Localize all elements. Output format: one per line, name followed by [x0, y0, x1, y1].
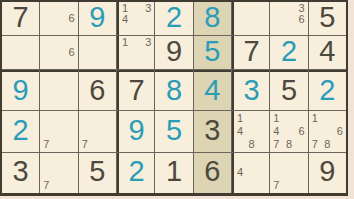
- pencil-marks: 6: [40, 36, 77, 69]
- cell-r5c6[interactable]: 6: [194, 153, 231, 193]
- pencil-marks: 7: [40, 153, 77, 193]
- pencil-marks: 1678: [309, 111, 346, 151]
- cell-r2c7[interactable]: 7: [232, 36, 269, 69]
- given-digit: 9: [166, 37, 182, 66]
- pencil-marks: 7: [270, 153, 307, 193]
- cell-r4c6[interactable]: 3: [194, 111, 231, 151]
- given-digit: 6: [89, 76, 105, 105]
- pencil-marks: 14678: [270, 111, 307, 151]
- given-digit: 4: [319, 37, 335, 66]
- cell-r2c8[interactable]: 2: [270, 36, 307, 69]
- cell-r1c8[interactable]: 36: [270, 2, 307, 35]
- pencil-marks: 134: [119, 2, 154, 35]
- cell-r2c3[interactable]: [79, 36, 116, 69]
- cell-r4c2[interactable]: 7: [40, 111, 77, 151]
- given-digit: 1: [166, 157, 182, 186]
- pencil-marks: 36: [270, 2, 307, 35]
- cell-r4c7[interactable]: 148: [232, 111, 269, 151]
- given-digit: 3: [204, 116, 220, 145]
- solved-digit: 9: [13, 76, 29, 105]
- cell-r3c7[interactable]: 3: [232, 70, 269, 110]
- solved-digit: 4: [204, 76, 220, 105]
- solved-digit: 8: [166, 76, 182, 105]
- given-digit: 5: [89, 157, 105, 186]
- pencil-marks: 7: [79, 111, 116, 151]
- solved-digit: 5: [166, 116, 182, 145]
- cell-r1c4[interactable]: 134: [117, 2, 154, 35]
- cell-r3c2[interactable]: [40, 70, 77, 110]
- cell-r5c7[interactable]: 4: [232, 153, 269, 193]
- cell-r3c4[interactable]: 7: [117, 70, 154, 110]
- cell-r4c4[interactable]: 9: [117, 111, 154, 151]
- given-digit: 9: [319, 157, 335, 186]
- cell-r5c1[interactable]: 3: [2, 153, 39, 193]
- given-digit: 5: [319, 3, 335, 32]
- solved-digit: 3: [244, 76, 260, 105]
- cell-r2c6[interactable]: 5: [194, 36, 231, 69]
- pencil-marks: 4: [234, 153, 269, 193]
- pencil-marks: 148: [234, 111, 269, 151]
- solved-digit: 5: [204, 37, 220, 66]
- cell-r2c1[interactable]: [2, 36, 39, 69]
- given-digit: 7: [13, 3, 29, 32]
- solved-digit: 2: [281, 37, 297, 66]
- cell-r2c9[interactable]: 4: [309, 36, 346, 69]
- cell-r4c9[interactable]: 1678: [309, 111, 346, 151]
- cell-r5c2[interactable]: 7: [40, 153, 77, 193]
- cell-r5c4[interactable]: 2: [117, 153, 154, 193]
- cell-r4c1[interactable]: 2: [2, 111, 39, 151]
- cell-r1c9[interactable]: 5: [309, 2, 346, 35]
- sudoku-app-screen: 7691342836561395724967843522779531481467…: [0, 0, 354, 199]
- cell-r2c5[interactable]: 9: [155, 36, 192, 69]
- cell-r3c1[interactable]: 9: [2, 70, 39, 110]
- cell-r5c3[interactable]: 5: [79, 153, 116, 193]
- pencil-marks: 7: [40, 111, 77, 151]
- cell-r5c8[interactable]: 7: [270, 153, 307, 193]
- cell-r1c6[interactable]: 8: [194, 2, 231, 35]
- given-digit: 7: [244, 37, 260, 66]
- pencil-marks: 6: [40, 2, 77, 35]
- cell-r1c2[interactable]: 6: [40, 2, 77, 35]
- solved-digit: 2: [13, 116, 29, 145]
- solved-digit: 8: [204, 3, 220, 32]
- cell-r3c6[interactable]: 4: [194, 70, 231, 110]
- cell-r4c5[interactable]: 5: [155, 111, 192, 151]
- cell-r3c8[interactable]: 5: [270, 70, 307, 110]
- solved-digit: 2: [129, 157, 145, 186]
- cell-r1c5[interactable]: 2: [155, 2, 192, 35]
- pencil-marks: 13: [119, 36, 154, 69]
- solved-digit: 9: [129, 116, 145, 145]
- given-digit: 6: [204, 157, 220, 186]
- cell-r3c9[interactable]: 2: [309, 70, 346, 110]
- cell-r2c2[interactable]: 6: [40, 36, 77, 69]
- given-digit: 3: [13, 157, 29, 186]
- cell-r5c5[interactable]: 1: [155, 153, 192, 193]
- given-digit: 5: [281, 76, 297, 105]
- cell-r1c3[interactable]: 9: [79, 2, 116, 35]
- cell-r2c4[interactable]: 13: [117, 36, 154, 69]
- sudoku-board: 7691342836561395724967843522779531481467…: [0, 0, 348, 196]
- solved-digit: 9: [89, 3, 105, 32]
- cell-r5c9[interactable]: 9: [309, 153, 346, 193]
- cell-r4c3[interactable]: 7: [79, 111, 116, 151]
- cell-r1c1[interactable]: 7: [2, 2, 39, 35]
- cell-r1c7[interactable]: [232, 2, 269, 35]
- cell-r4c8[interactable]: 14678: [270, 111, 307, 151]
- given-digit: 7: [129, 76, 145, 105]
- cell-r3c3[interactable]: 6: [79, 70, 116, 110]
- solved-digit: 2: [166, 3, 182, 32]
- cell-r3c5[interactable]: 8: [155, 70, 192, 110]
- solved-digit: 2: [319, 76, 335, 105]
